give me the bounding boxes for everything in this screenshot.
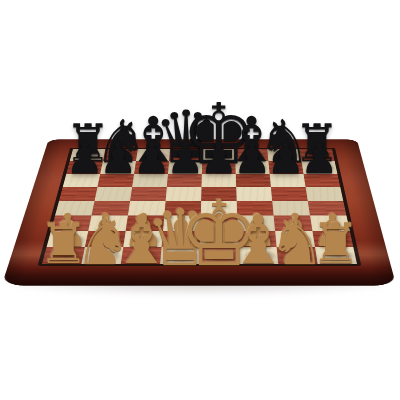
square-b2 (85, 231, 126, 247)
square-f8 (235, 149, 269, 161)
square-b5 (95, 187, 133, 201)
square-g7 (268, 161, 303, 174)
square-b8 (103, 149, 138, 161)
square-c8 (136, 149, 170, 161)
square-c7 (134, 161, 169, 174)
square-d2 (162, 231, 201, 247)
square-a7 (66, 161, 103, 174)
square-h5 (306, 187, 344, 201)
square-e4 (201, 201, 237, 216)
square-d4 (164, 201, 201, 216)
square-f7 (235, 161, 269, 174)
square-g4 (272, 201, 310, 216)
square-g3 (274, 215, 313, 230)
square-e3 (200, 215, 237, 230)
board-grid (42, 149, 357, 264)
square-d1 (160, 247, 200, 264)
square-e5 (201, 187, 237, 201)
square-f1 (238, 247, 278, 264)
square-e2 (200, 231, 238, 247)
square-a4 (55, 201, 94, 216)
square-c4 (128, 201, 166, 216)
square-f5 (236, 187, 272, 201)
square-f6 (236, 174, 271, 187)
square-h4 (308, 201, 347, 216)
square-a8 (70, 149, 106, 161)
square-h7 (302, 161, 338, 174)
square-g8 (267, 149, 301, 161)
square-a5 (59, 187, 97, 201)
square-f4 (237, 201, 274, 216)
square-d7 (168, 161, 202, 174)
square-c2 (123, 231, 163, 247)
square-e6 (202, 174, 237, 187)
square-b4 (92, 201, 131, 216)
square-b3 (88, 215, 128, 230)
square-d8 (169, 149, 202, 161)
chess-board (2, 139, 397, 286)
square-f3 (237, 215, 275, 230)
square-a3 (51, 215, 92, 230)
square-a6 (63, 174, 100, 187)
square-g5 (271, 187, 308, 201)
square-d5 (166, 187, 202, 201)
square-g6 (270, 174, 306, 187)
square-f2 (238, 231, 277, 247)
square-g1 (277, 247, 318, 264)
square-a2 (47, 231, 89, 247)
square-c3 (126, 215, 165, 230)
square-c1 (121, 247, 162, 264)
product-photo: ♜♞♝♛♚♝♞♜♟♟♟♟♟♟♟♟♟♟♟♟♟♟♟♟♜♞♝♛♚♝♞♜ (0, 0, 400, 400)
square-b7 (100, 161, 136, 174)
square-g2 (275, 231, 315, 247)
square-b6 (97, 174, 134, 187)
square-d3 (163, 215, 201, 230)
square-c5 (130, 187, 167, 201)
square-a1 (42, 247, 85, 264)
square-e1 (200, 247, 239, 264)
square-b1 (81, 247, 123, 264)
square-e7 (202, 161, 236, 174)
square-d6 (167, 174, 202, 187)
square-h2 (312, 231, 353, 247)
square-h8 (300, 149, 335, 161)
square-h1 (315, 247, 357, 264)
square-h6 (303, 174, 340, 187)
square-h3 (310, 215, 350, 230)
square-c6 (132, 174, 168, 187)
board-border-line (38, 148, 362, 266)
square-e8 (202, 149, 235, 161)
